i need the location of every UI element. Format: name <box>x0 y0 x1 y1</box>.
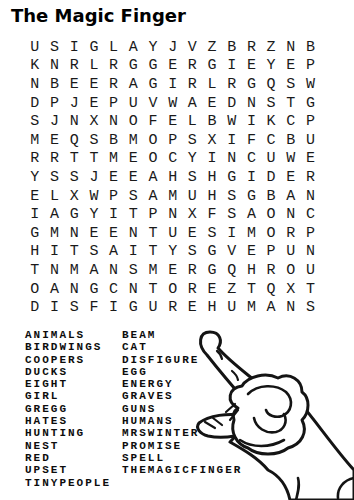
grid-cell-r13c4[interactable]: A <box>84 261 104 280</box>
grid-cell-r6c14[interactable]: B <box>281 131 301 150</box>
grid-cell-r2c9[interactable]: R <box>183 57 203 76</box>
word-item-coopers: COOPERS <box>25 354 111 366</box>
grid-cell-r15c11[interactable]: U <box>222 298 242 317</box>
grid-cell-r11c1[interactable]: G <box>25 224 45 243</box>
grid-cell-r7c7[interactable]: O <box>143 150 163 169</box>
grid-cell-r11c3[interactable]: N <box>64 224 84 243</box>
grid-cell-r4c15[interactable]: G <box>301 94 321 113</box>
grid-cell-r1c3[interactable]: I <box>64 38 84 57</box>
grid-cell-r5c5[interactable]: N <box>104 112 124 131</box>
grid-cell-r11c7[interactable]: T <box>143 224 163 243</box>
grid-cell-r8c4[interactable]: J <box>84 168 104 187</box>
grid-cell-r9c5[interactable]: P <box>104 187 124 206</box>
word-item-girl: GIRL <box>25 390 111 402</box>
grid-cell-r3c13[interactable]: Q <box>261 75 281 94</box>
grid-cell-r13c14[interactable]: O <box>281 261 301 280</box>
grid-cell-r11c12[interactable]: M <box>242 224 262 243</box>
grid-cell-r4c13[interactable]: S <box>261 94 281 113</box>
grid-cell-r8c7[interactable]: A <box>143 168 163 187</box>
grid-cell-r12c9[interactable]: S <box>183 243 203 262</box>
grid-cell-r9c3[interactable]: X <box>64 187 84 206</box>
grid-cell-r3c14[interactable]: S <box>281 75 301 94</box>
grid-cell-r11c13[interactable]: O <box>261 224 281 243</box>
grid-cell-r12c11[interactable]: V <box>222 243 242 262</box>
grid-cell-r1c5[interactable]: L <box>104 38 124 57</box>
grid-cell-r15c6[interactable]: G <box>123 298 143 317</box>
grid-cell-r10c8[interactable]: N <box>163 205 183 224</box>
grid-cell-r5c7[interactable]: F <box>143 112 163 131</box>
grid-cell-r1c8[interactable]: J <box>163 38 183 57</box>
grid-cell-r8c1[interactable]: Y <box>25 168 45 187</box>
grid-cell-r13c2[interactable]: N <box>45 261 65 280</box>
grid-cell-r1c10[interactable]: Z <box>202 38 222 57</box>
word-item-tinypeople: TINYPEOPLE <box>25 477 111 489</box>
grid-cell-r13c15[interactable]: U <box>301 261 321 280</box>
grid-cell-r13c8[interactable]: E <box>163 261 183 280</box>
grid-cell-r13c1[interactable]: T <box>25 261 45 280</box>
grid-cell-r4c2[interactable]: P <box>45 94 65 113</box>
word-item-ducks: DUCKS <box>25 366 111 378</box>
grid-cell-r12c7[interactable]: T <box>143 243 163 262</box>
grid-cell-r6c15[interactable]: U <box>301 131 321 150</box>
grid-cell-r12c12[interactable]: E <box>242 243 262 262</box>
grid-cell-r9c4[interactable]: W <box>84 187 104 206</box>
grid-cell-r6c12[interactable]: F <box>242 131 262 150</box>
grid-cell-r15c14[interactable]: N <box>281 298 301 317</box>
grid-cell-r8c13[interactable]: D <box>261 168 281 187</box>
word-item-upset: UPSET <box>25 464 111 476</box>
grid-cell-r6c8[interactable]: P <box>163 131 183 150</box>
grid-cell-r1c1[interactable]: U <box>25 38 45 57</box>
grid-cell-r3c6[interactable]: A <box>123 75 143 94</box>
grid-cell-r9c1[interactable]: E <box>25 187 45 206</box>
grid-cell-r1c9[interactable]: V <box>183 38 203 57</box>
grid-cell-r14c5[interactable]: C <box>104 280 124 299</box>
grid-cell-r4c8[interactable]: W <box>163 94 183 113</box>
grid-cell-r5c2[interactable]: J <box>45 112 65 131</box>
grid-cell-r10c12[interactable]: A <box>242 205 262 224</box>
grid-cell-r7c5[interactable]: M <box>104 150 124 169</box>
grid-cell-r12c3[interactable]: T <box>64 243 84 262</box>
pointing-hand-illustration <box>192 328 354 500</box>
grid-cell-r13c13[interactable]: R <box>261 261 281 280</box>
grid-cell-r5c9[interactable]: L <box>183 112 203 131</box>
grid-cell-r5c11[interactable]: W <box>222 112 242 131</box>
grid-cell-r7c13[interactable]: U <box>261 150 281 169</box>
grid-cell-r3c10[interactable]: L <box>202 75 222 94</box>
grid-cell-r6c6[interactable]: M <box>123 131 143 150</box>
grid-cell-r15c3[interactable]: S <box>64 298 84 317</box>
grid-cell-r10c10[interactable]: F <box>202 205 222 224</box>
grid-cell-r2c6[interactable]: G <box>123 57 143 76</box>
grid-cell-r12c1[interactable]: H <box>25 243 45 262</box>
grid-cell-r14c15[interactable]: T <box>301 280 321 299</box>
grid-cell-r13c7[interactable]: M <box>143 261 163 280</box>
grid-cell-r11c8[interactable]: U <box>163 224 183 243</box>
grid-cell-r9c2[interactable]: L <box>45 187 65 206</box>
grid-cell-r14c13[interactable]: Q <box>261 280 281 299</box>
grid-cell-r8c5[interactable]: E <box>104 168 124 187</box>
grid-cell-r9c12[interactable]: G <box>242 187 262 206</box>
grid-cell-r6c7[interactable]: O <box>143 131 163 150</box>
grid-cell-r12c4[interactable]: S <box>84 243 104 262</box>
grid-cell-r13c5[interactable]: N <box>104 261 124 280</box>
grid-cell-r7c9[interactable]: Y <box>183 150 203 169</box>
grid-cell-r10c4[interactable]: Y <box>84 205 104 224</box>
grid-cell-r3c7[interactable]: G <box>143 75 163 94</box>
grid-cell-r5c12[interactable]: I <box>242 112 262 131</box>
grid-cell-r2c10[interactable]: G <box>202 57 222 76</box>
grid-cell-r2c12[interactable]: E <box>242 57 262 76</box>
grid-cell-r11c4[interactable]: E <box>84 224 104 243</box>
grid-cell-r4c5[interactable]: P <box>104 94 124 113</box>
grid-cell-r13c3[interactable]: M <box>64 261 84 280</box>
grid-cell-r8c3[interactable]: S <box>64 168 84 187</box>
grid-cell-r6c11[interactable]: I <box>222 131 242 150</box>
grid-cell-r12c14[interactable]: U <box>281 243 301 262</box>
grid-cell-r2c4[interactable]: L <box>84 57 104 76</box>
grid-cell-r7c14[interactable]: W <box>281 150 301 169</box>
grid-cell-r14c9[interactable]: R <box>183 280 203 299</box>
grid-cell-r9c11[interactable]: S <box>222 187 242 206</box>
word-item-hunting: HUNTING <box>25 427 111 439</box>
page-title: The Magic Finger <box>11 5 186 26</box>
grid-cell-r7c10[interactable]: I <box>202 150 222 169</box>
grid-cell-r8c11[interactable]: G <box>222 168 242 187</box>
grid-cell-r6c2[interactable]: E <box>45 131 65 150</box>
word-item-nest: NEST <box>25 440 111 452</box>
grid-cell-r14c10[interactable]: E <box>202 280 222 299</box>
grid-cell-r2c7[interactable]: G <box>143 57 163 76</box>
grid-cell-r6c4[interactable]: S <box>84 131 104 150</box>
grid-cell-r9c15[interactable]: N <box>301 187 321 206</box>
grid-cell-r10c5[interactable]: I <box>104 205 124 224</box>
grid-cell-r4c9[interactable]: A <box>183 94 203 113</box>
grid-cell-r6c10[interactable]: X <box>202 131 222 150</box>
grid-cell-r3c12[interactable]: G <box>242 75 262 94</box>
grid-cell-r12c15[interactable]: N <box>301 243 321 262</box>
grid-cell-r9c6[interactable]: S <box>123 187 143 206</box>
grid-cell-r8c2[interactable]: S <box>45 168 65 187</box>
grid-cell-r10c9[interactable]: X <box>183 205 203 224</box>
grid-cell-r7c15[interactable]: E <box>301 150 321 169</box>
grid-cell-r1c15[interactable]: B <box>301 38 321 57</box>
grid-cell-r10c6[interactable]: T <box>123 205 143 224</box>
grid-cell-r13c9[interactable]: R <box>183 261 203 280</box>
grid-cell-r4c12[interactable]: N <box>242 94 262 113</box>
grid-cell-r15c9[interactable]: E <box>183 298 203 317</box>
grid-cell-r15c5[interactable]: I <box>104 298 124 317</box>
grid-cell-r4c1[interactable]: D <box>25 94 45 113</box>
grid-cell-r4c11[interactable]: D <box>222 94 242 113</box>
grid-cell-r12c13[interactable]: P <box>261 243 281 262</box>
grid-cell-r11c5[interactable]: E <box>104 224 124 243</box>
grid-cell-r3c4[interactable]: E <box>84 75 104 94</box>
grid-cell-r13c12[interactable]: H <box>242 261 262 280</box>
grid-cell-r4c10[interactable]: E <box>202 94 222 113</box>
grid-cell-r3c5[interactable]: R <box>104 75 124 94</box>
grid-cell-r14c3[interactable]: N <box>64 280 84 299</box>
grid-cell-r11c15[interactable]: P <box>301 224 321 243</box>
grid-cell-r15c4[interactable]: F <box>84 298 104 317</box>
word-search-grid: USIGLAYJVZBRZNBKNRLRGGERGIEYEPNBEERAGIRL… <box>25 38 320 317</box>
grid-cell-r10c11[interactable]: S <box>222 205 242 224</box>
grid-cell-r11c14[interactable]: R <box>281 224 301 243</box>
grid-cell-r4c14[interactable]: T <box>281 94 301 113</box>
grid-cell-r14c1[interactable]: O <box>25 280 45 299</box>
grid-cell-r2c14[interactable]: E <box>281 57 301 76</box>
word-list-col1: ANIMALSBIRDWINGSCOOPERSDUCKSEIGHTGIRLGRE… <box>25 329 111 489</box>
grid-cell-r4c6[interactable]: U <box>123 94 143 113</box>
grid-cell-r1c2[interactable]: S <box>45 38 65 57</box>
grid-cell-r7c1[interactable]: R <box>25 150 45 169</box>
grid-cell-r14c12[interactable]: T <box>242 280 262 299</box>
word-item-animals: ANIMALS <box>25 329 111 341</box>
grid-cell-r3c2[interactable]: B <box>45 75 65 94</box>
grid-cell-r13c11[interactable]: Q <box>222 261 242 280</box>
grid-cell-r11c6[interactable]: N <box>123 224 143 243</box>
grid-cell-r7c3[interactable]: T <box>64 150 84 169</box>
grid-cell-r7c11[interactable]: N <box>222 150 242 169</box>
grid-cell-r7c12[interactable]: C <box>242 150 262 169</box>
grid-cell-r15c12[interactable]: M <box>242 298 262 317</box>
word-item-birdwings: BIRDWINGS <box>25 341 111 353</box>
grid-cell-r2c11[interactable]: I <box>222 57 242 76</box>
grid-cell-r8c14[interactable]: E <box>281 168 301 187</box>
grid-cell-r8c9[interactable]: S <box>183 168 203 187</box>
grid-cell-r5c10[interactable]: B <box>202 112 222 131</box>
grid-cell-r2c3[interactable]: R <box>64 57 84 76</box>
grid-cell-r4c4[interactable]: E <box>84 94 104 113</box>
grid-cell-r15c2[interactable]: I <box>45 298 65 317</box>
grid-cell-r7c6[interactable]: E <box>123 150 143 169</box>
grid-cell-r2c1[interactable]: K <box>25 57 45 76</box>
grid-cell-r12c8[interactable]: Y <box>163 243 183 262</box>
word-search-page: The Magic Finger USIGLAYJVZBRZNBKNRLRGGE… <box>0 0 354 500</box>
grid-cell-r5c8[interactable]: E <box>163 112 183 131</box>
grid-cell-r3c8[interactable]: I <box>163 75 183 94</box>
grid-cell-r5c1[interactable]: S <box>25 112 45 131</box>
grid-cell-r10c7[interactable]: P <box>143 205 163 224</box>
grid-cell-r11c2[interactable]: M <box>45 224 65 243</box>
grid-cell-r5c15[interactable]: P <box>301 112 321 131</box>
grid-cell-r2c5[interactable]: R <box>104 57 124 76</box>
grid-cell-r14c14[interactable]: X <box>281 280 301 299</box>
grid-cell-r12c5[interactable]: A <box>104 243 124 262</box>
grid-cell-r10c14[interactable]: N <box>281 205 301 224</box>
grid-cell-r8c10[interactable]: H <box>202 168 222 187</box>
grid-cell-r2c8[interactable]: E <box>163 57 183 76</box>
grid-cell-r3c3[interactable]: E <box>64 75 84 94</box>
grid-cell-r6c3[interactable]: Q <box>64 131 84 150</box>
grid-cell-r8c12[interactable]: I <box>242 168 262 187</box>
grid-cell-r14c4[interactable]: G <box>84 280 104 299</box>
grid-cell-r7c8[interactable]: C <box>163 150 183 169</box>
grid-cell-r6c5[interactable]: B <box>104 131 124 150</box>
grid-cell-r9c10[interactable]: H <box>202 187 222 206</box>
grid-cell-r3c15[interactable]: W <box>301 75 321 94</box>
grid-cell-r10c15[interactable]: C <box>301 205 321 224</box>
grid-cell-r1c12[interactable]: R <box>242 38 262 57</box>
grid-cell-r9c14[interactable]: A <box>281 187 301 206</box>
grid-cell-r15c13[interactable]: A <box>261 298 281 317</box>
grid-cell-r7c4[interactable]: T <box>84 150 104 169</box>
grid-cell-r15c1[interactable]: D <box>25 298 45 317</box>
grid-cell-r14c7[interactable]: T <box>143 280 163 299</box>
grid-cell-r1c7[interactable]: Y <box>143 38 163 57</box>
word-item-hates: HATES <box>25 415 111 427</box>
grid-cell-r15c7[interactable]: U <box>143 298 163 317</box>
grid-cell-r1c13[interactable]: Z <box>261 38 281 57</box>
grid-cell-r2c15[interactable]: P <box>301 57 321 76</box>
grid-cell-r15c8[interactable]: R <box>163 298 183 317</box>
grid-cell-r3c11[interactable]: R <box>222 75 242 94</box>
word-item-eight: EIGHT <box>25 378 111 390</box>
grid-cell-r14c11[interactable]: Z <box>222 280 242 299</box>
grid-cell-r10c13[interactable]: O <box>261 205 281 224</box>
grid-cell-r5c13[interactable]: K <box>261 112 281 131</box>
grid-cell-r9c13[interactable]: B <box>261 187 281 206</box>
grid-cell-r14c2[interactable]: A <box>45 280 65 299</box>
grid-cell-r13c6[interactable]: S <box>123 261 143 280</box>
grid-cell-r4c3[interactable]: J <box>64 94 84 113</box>
grid-cell-r8c8[interactable]: H <box>163 168 183 187</box>
grid-cell-r6c9[interactable]: S <box>183 131 203 150</box>
grid-cell-r6c1[interactable]: M <box>25 131 45 150</box>
grid-cell-r11c9[interactable]: E <box>183 224 203 243</box>
grid-cell-r9c7[interactable]: A <box>143 187 163 206</box>
grid-cell-r7c2[interactable]: R <box>45 150 65 169</box>
grid-cell-r15c10[interactable]: H <box>202 298 222 317</box>
grid-cell-r4c7[interactable]: V <box>143 94 163 113</box>
grid-cell-r15c15[interactable]: S <box>301 298 321 317</box>
grid-cell-r5c3[interactable]: N <box>64 112 84 131</box>
grid-cell-r8c6[interactable]: E <box>123 168 143 187</box>
grid-cell-r9c9[interactable]: U <box>183 187 203 206</box>
grid-cell-r11c11[interactable]: I <box>222 224 242 243</box>
grid-cell-r11c10[interactable]: S <box>202 224 222 243</box>
grid-cell-r9c8[interactable]: M <box>163 187 183 206</box>
grid-cell-r8c15[interactable]: R <box>301 168 321 187</box>
grid-cell-r3c9[interactable]: R <box>183 75 203 94</box>
grid-cell-r1c6[interactable]: A <box>123 38 143 57</box>
grid-cell-r12c6[interactable]: I <box>123 243 143 262</box>
grid-cell-r2c2[interactable]: N <box>45 57 65 76</box>
grid-cell-r12c10[interactable]: G <box>202 243 222 262</box>
grid-cell-r6c13[interactable]: C <box>261 131 281 150</box>
grid-cell-r13c10[interactable]: G <box>202 261 222 280</box>
grid-cell-r12c2[interactable]: I <box>45 243 65 262</box>
grid-cell-r14c8[interactable]: O <box>163 280 183 299</box>
grid-cell-r1c11[interactable]: B <box>222 38 242 57</box>
grid-cell-r1c14[interactable]: N <box>281 38 301 57</box>
grid-cell-r10c2[interactable]: A <box>45 205 65 224</box>
grid-cell-r2c13[interactable]: Y <box>261 57 281 76</box>
grid-cell-r10c1[interactable]: I <box>25 205 45 224</box>
grid-cell-r1c4[interactable]: G <box>84 38 104 57</box>
grid-cell-r5c14[interactable]: C <box>281 112 301 131</box>
grid-cell-r14c6[interactable]: N <box>123 280 143 299</box>
grid-cell-r5c4[interactable]: X <box>84 112 104 131</box>
word-item-red: RED <box>25 452 111 464</box>
grid-cell-r10c3[interactable]: G <box>64 205 84 224</box>
grid-cell-r5c6[interactable]: O <box>123 112 143 131</box>
word-item-gregg: GREGG <box>25 403 111 415</box>
grid-cell-r3c1[interactable]: N <box>25 75 45 94</box>
